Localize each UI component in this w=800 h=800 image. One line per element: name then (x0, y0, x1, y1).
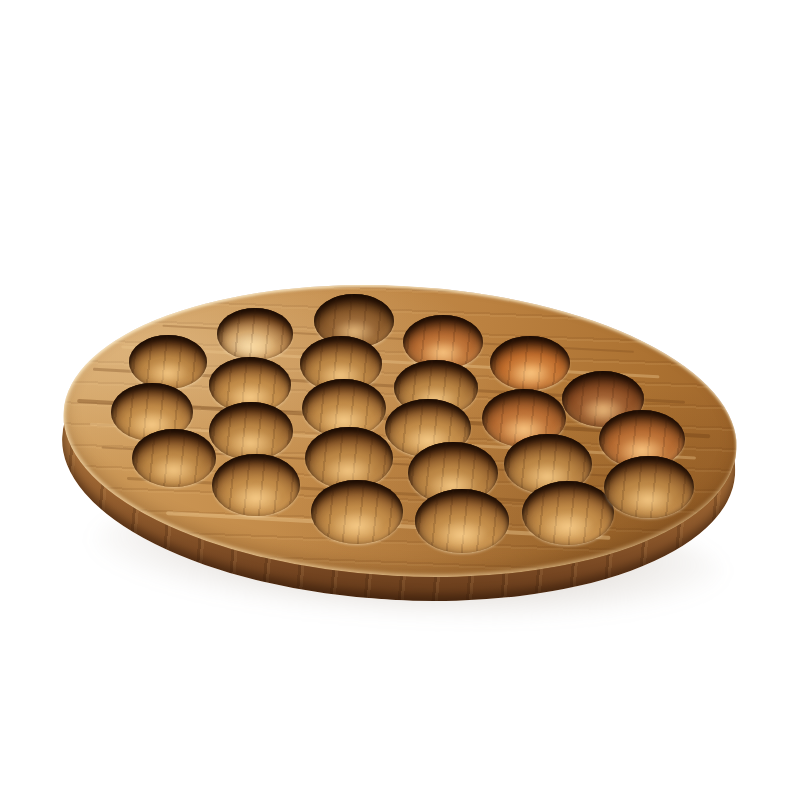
pit-b4[interactable] (212, 454, 300, 516)
pit-a1[interactable] (129, 335, 207, 389)
pit-b1[interactable] (217, 308, 293, 360)
pit-a3[interactable] (132, 429, 216, 487)
pit-e4[interactable] (522, 481, 614, 545)
pit-b3[interactable] (209, 402, 293, 460)
pit-layer (0, 0, 800, 800)
product-photo-scene (0, 0, 800, 800)
pit-c5[interactable] (311, 480, 403, 544)
pit-e1[interactable] (490, 336, 570, 390)
pit-d5[interactable] (415, 489, 509, 553)
pit-f3[interactable] (604, 456, 694, 518)
